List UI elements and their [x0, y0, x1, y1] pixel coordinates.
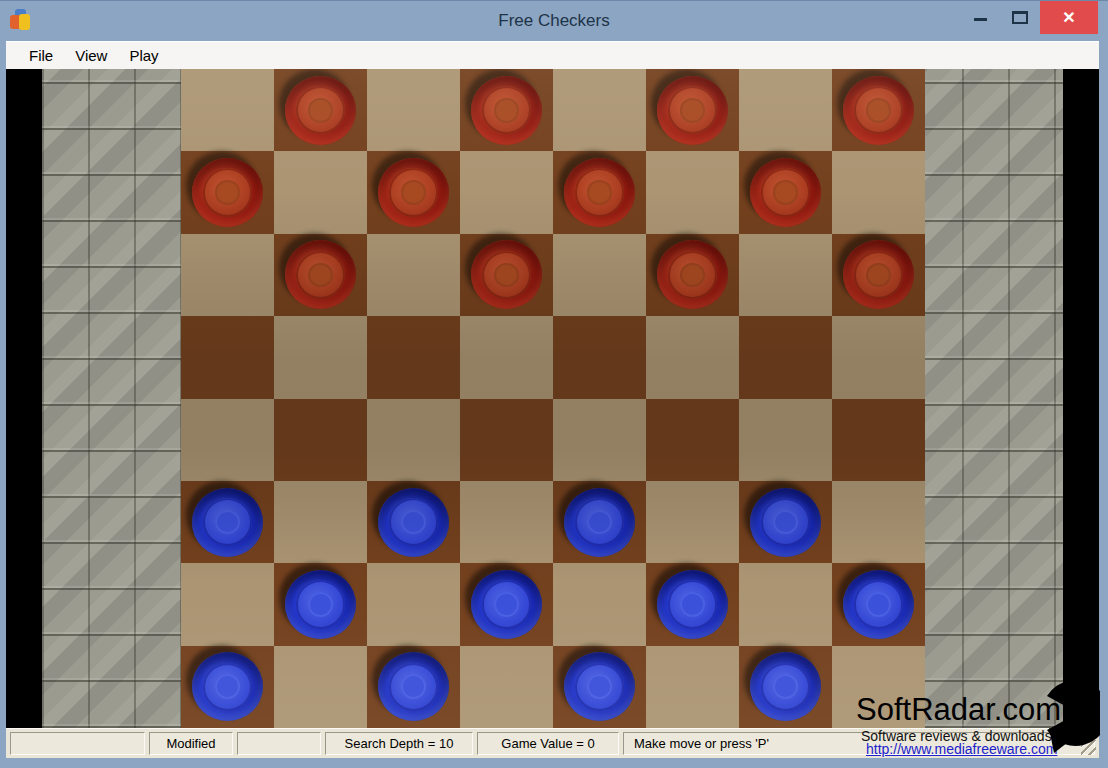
- client-area: File View Play Modified Search Depth = 1…: [6, 41, 1099, 758]
- red-checker[interactable]: [471, 76, 542, 145]
- square-r5c3[interactable]: [367, 399, 460, 481]
- red-checker[interactable]: [657, 76, 728, 145]
- menu-bar: File View Play: [6, 41, 1099, 69]
- minimize-icon: [974, 18, 987, 21]
- square-r1c1[interactable]: [181, 69, 274, 151]
- square-r2c4[interactable]: [460, 151, 553, 233]
- square-r4c3[interactable]: [367, 316, 460, 398]
- red-checker[interactable]: [750, 158, 821, 227]
- square-r3c1[interactable]: [181, 234, 274, 316]
- square-r3c7[interactable]: [739, 234, 832, 316]
- square-r6c5[interactable]: [553, 481, 646, 563]
- square-r1c4[interactable]: [460, 69, 553, 151]
- app-window: Free Checkers ✕ File View Play: [0, 0, 1108, 768]
- square-r2c2[interactable]: [274, 151, 367, 233]
- square-r2c6[interactable]: [646, 151, 739, 233]
- square-r4c5[interactable]: [553, 316, 646, 398]
- status-panel-search-depth: Search Depth = 10: [325, 732, 473, 755]
- square-r7c2[interactable]: [274, 563, 367, 645]
- game-canvas: [6, 69, 1099, 728]
- menu-view[interactable]: View: [64, 47, 118, 64]
- close-button[interactable]: ✕: [1040, 1, 1098, 34]
- square-r7c7[interactable]: [739, 563, 832, 645]
- blue-checker[interactable]: [192, 488, 263, 557]
- red-checker[interactable]: [471, 240, 542, 309]
- square-r8c3[interactable]: [367, 646, 460, 728]
- square-r3c4[interactable]: [460, 234, 553, 316]
- square-r6c7[interactable]: [739, 481, 832, 563]
- square-r5c7[interactable]: [739, 399, 832, 481]
- board[interactable]: [181, 69, 925, 728]
- square-r4c4[interactable]: [460, 316, 553, 398]
- square-r5c8[interactable]: [832, 399, 925, 481]
- red-checker[interactable]: [843, 240, 914, 309]
- maximize-button[interactable]: [1000, 1, 1040, 34]
- blue-checker[interactable]: [564, 488, 635, 557]
- square-r1c5[interactable]: [553, 69, 646, 151]
- square-r2c7[interactable]: [739, 151, 832, 233]
- window-controls: ✕: [960, 1, 1098, 34]
- square-r6c1[interactable]: [181, 481, 274, 563]
- square-r4c2[interactable]: [274, 316, 367, 398]
- square-r8c6[interactable]: [646, 646, 739, 728]
- square-r6c4[interactable]: [460, 481, 553, 563]
- status-panel-game-value: Game Value = 0: [477, 732, 619, 755]
- status-panel-modified: Modified: [149, 732, 233, 755]
- square-r7c4[interactable]: [460, 563, 553, 645]
- square-r8c4[interactable]: [460, 646, 553, 728]
- square-r7c1[interactable]: [181, 563, 274, 645]
- square-r6c6[interactable]: [646, 481, 739, 563]
- square-r4c7[interactable]: [739, 316, 832, 398]
- square-r4c1[interactable]: [181, 316, 274, 398]
- red-checker[interactable]: [657, 240, 728, 309]
- blue-checker[interactable]: [750, 488, 821, 557]
- blue-checker[interactable]: [843, 570, 914, 639]
- stone-frame: [42, 69, 1063, 728]
- square-r3c8[interactable]: [832, 234, 925, 316]
- red-checker[interactable]: [192, 158, 263, 227]
- red-checker[interactable]: [378, 158, 449, 227]
- red-checker[interactable]: [564, 158, 635, 227]
- square-r1c2[interactable]: [274, 69, 367, 151]
- watermark-url-link[interactable]: http://www.mediafreeware.com: [866, 741, 1057, 757]
- square-r7c5[interactable]: [553, 563, 646, 645]
- square-r6c2[interactable]: [274, 481, 367, 563]
- blue-checker[interactable]: [471, 570, 542, 639]
- square-r8c2[interactable]: [274, 646, 367, 728]
- square-r4c6[interactable]: [646, 316, 739, 398]
- window-title: Free Checkers: [0, 11, 1108, 31]
- square-r1c6[interactable]: [646, 69, 739, 151]
- square-r3c6[interactable]: [646, 234, 739, 316]
- square-r3c2[interactable]: [274, 234, 367, 316]
- square-r8c5[interactable]: [553, 646, 646, 728]
- square-r2c3[interactable]: [367, 151, 460, 233]
- menu-file[interactable]: File: [18, 47, 64, 64]
- red-checker[interactable]: [843, 76, 914, 145]
- blue-checker[interactable]: [657, 570, 728, 639]
- red-checker[interactable]: [285, 76, 356, 145]
- square-r2c8[interactable]: [832, 151, 925, 233]
- square-r5c4[interactable]: [460, 399, 553, 481]
- square-r3c5[interactable]: [553, 234, 646, 316]
- square-r2c5[interactable]: [553, 151, 646, 233]
- square-r5c5[interactable]: [553, 399, 646, 481]
- blue-checker[interactable]: [285, 570, 356, 639]
- square-r1c3[interactable]: [367, 69, 460, 151]
- radar-logo-icon: [1042, 679, 1100, 753]
- square-r6c8[interactable]: [832, 481, 925, 563]
- menu-play[interactable]: Play: [118, 47, 169, 64]
- square-r3c3[interactable]: [367, 234, 460, 316]
- blue-checker[interactable]: [750, 652, 821, 721]
- square-r7c8[interactable]: [832, 563, 925, 645]
- title-bar[interactable]: Free Checkers ✕: [0, 1, 1108, 41]
- square-r2c1[interactable]: [181, 151, 274, 233]
- square-r5c2[interactable]: [274, 399, 367, 481]
- maximize-icon: [1012, 11, 1028, 24]
- square-r7c3[interactable]: [367, 563, 460, 645]
- square-r5c6[interactable]: [646, 399, 739, 481]
- square-r5c1[interactable]: [181, 399, 274, 481]
- blue-checker[interactable]: [378, 488, 449, 557]
- blue-checker[interactable]: [378, 652, 449, 721]
- square-r8c1[interactable]: [181, 646, 274, 728]
- blue-checker[interactable]: [192, 652, 263, 721]
- status-panel-empty-2: [237, 732, 321, 755]
- close-icon: ✕: [1062, 8, 1075, 27]
- square-r7c6[interactable]: [646, 563, 739, 645]
- minimize-button[interactable]: [960, 1, 1000, 34]
- red-checker[interactable]: [285, 240, 356, 309]
- square-r6c3[interactable]: [367, 481, 460, 563]
- status-panel-empty-1: [10, 732, 145, 755]
- square-r8c7[interactable]: [739, 646, 832, 728]
- square-r4c8[interactable]: [832, 316, 925, 398]
- square-r1c8[interactable]: [832, 69, 925, 151]
- watermark-brand: SoftRadar.com: [856, 692, 1061, 728]
- blue-checker[interactable]: [564, 652, 635, 721]
- square-r1c7[interactable]: [739, 69, 832, 151]
